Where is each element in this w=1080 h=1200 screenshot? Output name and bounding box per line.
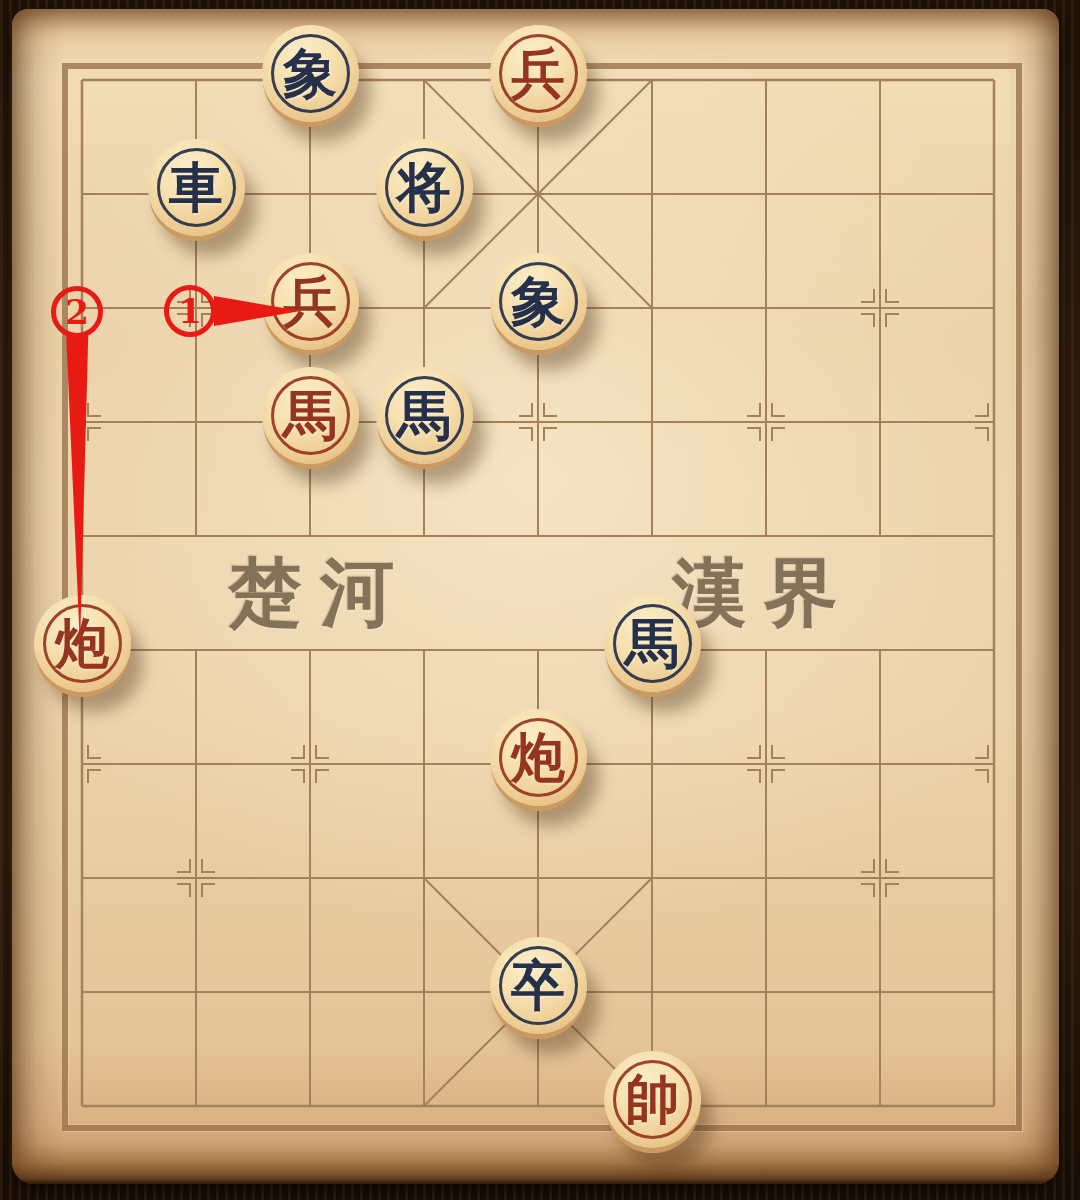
piece-glyph: 炮 [511, 730, 565, 784]
piece-black-general[interactable]: 将 [376, 139, 473, 236]
piece-black-elephant[interactable]: 象 [490, 253, 587, 350]
piece-black-chariot[interactable]: 車 [148, 139, 245, 236]
piece-black-horse[interactable]: 馬 [604, 595, 701, 692]
piece-red-general[interactable]: 帥 [604, 1051, 701, 1148]
piece-black-elephant[interactable]: 象 [262, 25, 359, 122]
piece-glyph: 馬 [283, 388, 337, 442]
piece-glyph: 象 [511, 274, 565, 328]
piece-red-horse[interactable]: 馬 [262, 367, 359, 464]
piece-glyph: 炮 [55, 616, 109, 670]
piece-red-cannon[interactable]: 炮 [34, 595, 131, 692]
annotation-circle-1: 1 [164, 285, 216, 337]
piece-glyph: 象 [283, 46, 337, 100]
piece-glyph: 馬 [397, 388, 451, 442]
piece-red-soldier[interactable]: 兵 [490, 25, 587, 122]
annotation-circle-2: 2 [51, 286, 103, 338]
river-label-right: 漢界 [672, 550, 856, 634]
piece-black-soldier[interactable]: 卒 [490, 937, 587, 1034]
river-label-left: 楚河 [228, 550, 412, 634]
xiangqi-app: { "game": "xiangqi", "description": "Xia… [0, 0, 1080, 1200]
annotation-number: 1 [178, 294, 202, 328]
piece-glyph: 将 [397, 160, 451, 214]
piece-glyph: 馬 [625, 616, 679, 670]
piece-glyph: 卒 [511, 958, 565, 1012]
piece-glyph: 帥 [625, 1072, 679, 1126]
piece-red-soldier[interactable]: 兵 [262, 253, 359, 350]
board-front-edge [12, 1146, 1059, 1184]
piece-glyph: 兵 [283, 274, 337, 328]
piece-glyph: 兵 [511, 46, 565, 100]
piece-red-cannon[interactable]: 炮 [490, 709, 587, 806]
annotation-number: 2 [65, 295, 89, 329]
piece-black-horse[interactable]: 馬 [376, 367, 473, 464]
piece-glyph: 車 [169, 160, 223, 214]
